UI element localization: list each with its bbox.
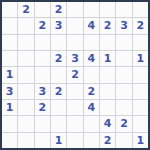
clue-number: 2 [55,53,63,64]
clue-number: 2 [87,86,95,97]
cell-r5c5[interactable]: 2 [67,67,82,82]
cell-r5c6[interactable] [84,67,99,82]
cell-r1c7[interactable] [100,2,115,17]
clue-number: 2 [38,102,46,113]
cell-r2c4[interactable]: 3 [51,18,66,33]
cell-r9c3[interactable] [35,133,50,148]
cell-r4c8[interactable] [116,51,131,66]
cell-r6c5[interactable] [67,84,82,99]
clue-number: 1 [136,53,144,64]
clue-number: 1 [6,102,14,113]
clue-number: 1 [55,135,63,146]
cell-r7c9[interactable] [133,100,148,115]
cell-r3c3[interactable] [35,35,50,50]
cell-r4c5[interactable]: 3 [67,51,82,66]
cell-r9c8[interactable] [116,133,131,148]
cell-r4c1[interactable] [2,51,17,66]
clue-number: 1 [6,69,14,80]
cell-r5c1[interactable]: 1 [2,67,17,82]
cell-r5c2[interactable] [18,67,33,82]
cell-r1c4[interactable]: 2 [51,2,66,17]
clue-number: 2 [71,69,79,80]
clue-number: 2 [104,20,112,31]
cell-r4c6[interactable]: 4 [84,51,99,66]
cell-r1c1[interactable] [2,2,17,17]
clue-number: 3 [55,20,63,31]
clue-number: 2 [22,4,30,15]
cell-r6c1[interactable]: 3 [2,84,17,99]
cell-r7c2[interactable] [18,100,33,115]
cell-r7c3[interactable]: 2 [35,100,50,115]
cell-r8c9[interactable] [133,116,148,131]
cell-r8c8[interactable]: 2 [116,116,131,131]
cell-r4c9[interactable]: 1 [133,51,148,66]
cell-r4c2[interactable] [18,51,33,66]
cell-r2c7[interactable]: 2 [100,18,115,33]
cell-r2c2[interactable] [18,18,33,33]
clue-number: 2 [136,20,144,31]
clue-number: 3 [71,53,79,64]
clue-number: 4 [87,102,95,113]
cell-r6c6[interactable]: 2 [84,84,99,99]
clue-number: 4 [87,20,95,31]
cell-r3c4[interactable] [51,35,66,50]
minesweeper-board: 222342322341112332212442121 [0,0,150,150]
clue-number: 3 [38,86,46,97]
cell-r8c1[interactable] [2,116,17,131]
clue-number: 2 [104,135,112,146]
cell-r1c3[interactable] [35,2,50,17]
cell-r8c4[interactable] [51,116,66,131]
cell-r3c8[interactable] [116,35,131,50]
cell-r1c6[interactable] [84,2,99,17]
cell-r1c5[interactable] [67,2,82,17]
cell-r1c2[interactable]: 2 [18,2,33,17]
cell-r8c3[interactable] [35,116,50,131]
cell-r1c8[interactable] [116,2,131,17]
cell-r5c3[interactable] [35,67,50,82]
cell-r2c3[interactable]: 2 [35,18,50,33]
cell-r6c8[interactable] [116,84,131,99]
cell-r9c4[interactable]: 1 [51,133,66,148]
cell-r2c8[interactable]: 3 [116,18,131,33]
cell-r8c2[interactable] [18,116,33,131]
clue-number: 1 [104,53,112,64]
clue-number: 2 [38,20,46,31]
cell-r7c1[interactable]: 1 [2,100,17,115]
cell-r9c2[interactable] [18,133,33,148]
cell-r9c6[interactable] [84,133,99,148]
cell-r5c7[interactable] [100,67,115,82]
cell-r3c9[interactable] [133,35,148,50]
cell-r8c7[interactable]: 4 [100,116,115,131]
cell-r6c4[interactable]: 2 [51,84,66,99]
cell-r6c2[interactable] [18,84,33,99]
cell-r9c5[interactable] [67,133,82,148]
cell-r5c8[interactable] [116,67,131,82]
cell-r2c1[interactable] [2,18,17,33]
clue-number: 2 [55,4,63,15]
clue-number: 3 [6,86,14,97]
cell-r7c4[interactable] [51,100,66,115]
cell-r9c7[interactable]: 2 [100,133,115,148]
cell-r8c5[interactable] [67,116,82,131]
cell-r7c5[interactable] [67,100,82,115]
clue-number: 1 [136,135,144,146]
cell-r3c7[interactable] [100,35,115,50]
cell-r4c7[interactable]: 1 [100,51,115,66]
cell-r9c9[interactable]: 1 [133,133,148,148]
cell-r3c1[interactable] [2,35,17,50]
cell-r2c6[interactable]: 4 [84,18,99,33]
clue-number: 2 [55,86,63,97]
clue-number: 4 [87,53,95,64]
cell-r5c9[interactable] [133,67,148,82]
cell-r8c6[interactable] [84,116,99,131]
cell-r4c4[interactable]: 2 [51,51,66,66]
cell-r5c4[interactable] [51,67,66,82]
cell-r3c2[interactable] [18,35,33,50]
cell-r2c9[interactable]: 2 [133,18,148,33]
cell-r6c3[interactable]: 3 [35,84,50,99]
cell-r3c5[interactable] [67,35,82,50]
cell-r6c9[interactable] [133,84,148,99]
clue-number: 4 [104,118,112,129]
cell-r9c1[interactable] [2,133,17,148]
cell-r7c6[interactable]: 4 [84,100,99,115]
cell-r2c5[interactable] [67,18,82,33]
cell-r7c7[interactable] [100,100,115,115]
cell-r4c3[interactable] [35,51,50,66]
cell-r7c8[interactable] [116,100,131,115]
clue-number: 2 [120,118,128,129]
cell-r6c7[interactable] [100,84,115,99]
cell-r3c6[interactable] [84,35,99,50]
cell-r1c9[interactable] [133,2,148,17]
clue-number: 3 [120,20,128,31]
